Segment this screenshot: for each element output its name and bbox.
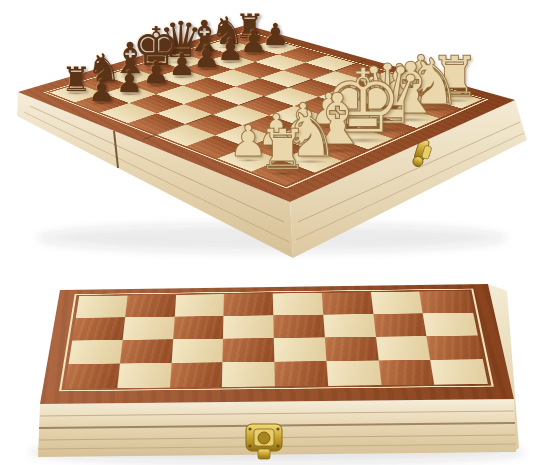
box-square-3-3 bbox=[222, 362, 275, 387]
box-lid-pinstripe-frame bbox=[59, 289, 494, 392]
box-square-0-5 bbox=[322, 292, 373, 314]
box-square-2-3 bbox=[223, 338, 275, 362]
closed-box-lid bbox=[40, 284, 514, 404]
box-square-2-7 bbox=[427, 335, 483, 359]
box-square-2-4 bbox=[274, 337, 326, 361]
box-square-3-2 bbox=[169, 362, 222, 387]
box-square-0-1 bbox=[125, 295, 176, 317]
box-square-1-6 bbox=[373, 313, 427, 336]
box-square-3-1 bbox=[117, 363, 171, 388]
chess-set-product-photo: ♜♞♝♛♚♝♞♜♟♟♟♟♟♟♟♟♟♟♟♟♟♟♟♟♜♞♝♛♚♝♞♜ bbox=[0, 0, 533, 465]
box-square-1-0 bbox=[72, 317, 125, 340]
box-lid-checker-grid bbox=[65, 291, 488, 389]
box-square-2-5 bbox=[325, 337, 379, 361]
box-square-3-4 bbox=[274, 361, 328, 386]
box-square-3-0 bbox=[65, 364, 120, 389]
box-square-0-7 bbox=[419, 291, 473, 314]
box-square-0-2 bbox=[174, 294, 224, 316]
box-square-3-5 bbox=[326, 360, 381, 385]
box-square-0-4 bbox=[273, 293, 323, 315]
box-square-1-3 bbox=[223, 315, 274, 338]
box-square-0-0 bbox=[76, 296, 128, 318]
box-square-2-2 bbox=[171, 339, 223, 363]
box-square-1-5 bbox=[323, 314, 376, 337]
box-square-1-2 bbox=[173, 316, 224, 339]
box-square-0-6 bbox=[370, 291, 423, 314]
box-square-2-1 bbox=[120, 339, 173, 363]
box-square-1-4 bbox=[273, 315, 324, 338]
box-square-2-0 bbox=[69, 340, 123, 364]
box-square-1-1 bbox=[122, 317, 174, 340]
box-square-3-7 bbox=[430, 359, 487, 384]
box-square-0-3 bbox=[224, 294, 274, 316]
box-square-3-6 bbox=[378, 360, 434, 385]
box-square-2-6 bbox=[376, 336, 431, 360]
box-square-1-7 bbox=[423, 313, 478, 336]
